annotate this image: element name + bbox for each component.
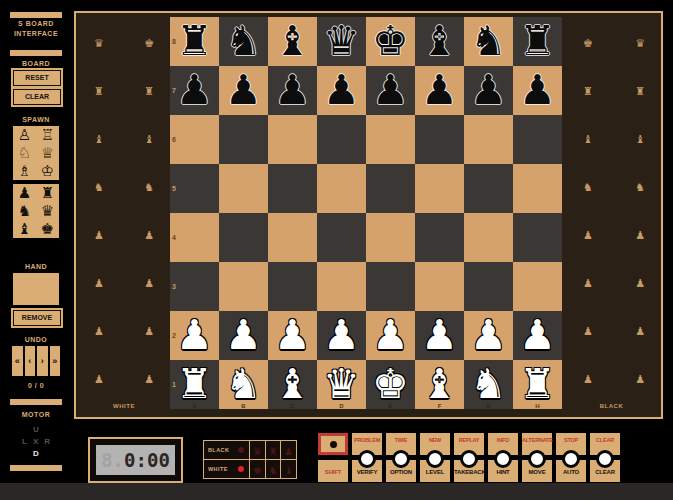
square-f1[interactable]: F♝ — [415, 360, 464, 409]
tray-p-icon: ♟ — [583, 373, 593, 387]
white-piece: ♟ — [170, 311, 219, 360]
tray-n-icon: ♞ — [635, 181, 645, 195]
black-piece: ♜ — [513, 17, 562, 66]
black-piece: ♛ — [317, 17, 366, 66]
sidebar-divider — [10, 399, 62, 405]
auto-button[interactable]: STOPAUTO — [556, 433, 586, 482]
spawn-piece[interactable]: ♖ — [36, 126, 59, 144]
tray-p-icon: ♟ — [144, 229, 154, 243]
square-c3[interactable] — [268, 262, 317, 311]
undo-section-label: UNDO — [0, 336, 72, 343]
square-h5[interactable] — [513, 164, 562, 213]
square-d2[interactable]: ♟ — [317, 311, 366, 360]
white-piece: ♞ — [464, 360, 513, 409]
square-f5[interactable] — [415, 164, 464, 213]
square-e5[interactable] — [366, 164, 415, 213]
chess-clock: 8.0:00 — [88, 437, 183, 483]
indicator-r-icon: ♜ — [269, 446, 278, 457]
bottom-strip — [0, 483, 673, 500]
white-piece: ♟ — [268, 311, 317, 360]
white-piece: ♚ — [366, 360, 415, 409]
motor-lxr: LXR — [0, 437, 72, 446]
square-c5[interactable] — [268, 164, 317, 213]
indicator-label: BLACK — [208, 441, 229, 459]
spawn-piece[interactable]: ♞ — [13, 202, 36, 220]
undo-step-button[interactable]: » — [50, 346, 61, 376]
rank-label: 6 — [172, 115, 176, 164]
square-h6[interactable] — [513, 115, 562, 164]
indicator-label-cell: BLACK — [204, 441, 249, 459]
indicator-row: WHITE♚♞♝ — [204, 459, 296, 478]
undo-step-button[interactable]: ‹ — [25, 346, 36, 376]
tray-row: ♜♜ — [583, 85, 645, 99]
push-button[interactable] — [494, 450, 512, 468]
black-piece: ♝ — [268, 17, 317, 66]
square-h7[interactable]: ♟ — [513, 66, 562, 115]
push-button[interactable] — [392, 450, 410, 468]
shift-led-dot — [330, 441, 337, 448]
tray-n-icon: ♞ — [94, 181, 104, 195]
tray-row: ♟♟ — [94, 277, 154, 291]
square-e1[interactable]: E♚ — [366, 360, 415, 409]
square-a8[interactable]: 8♜ — [170, 17, 219, 66]
tray-p-icon: ♟ — [94, 373, 104, 387]
indicator-cell: ♜ — [265, 441, 281, 459]
spawn-piece[interactable]: ♔ — [36, 162, 59, 180]
chess-board: 8♜♞♝♛♚♝♞♜7♟♟♟♟♟♟♟♟65432♟♟♟♟♟♟♟♟1A♜B♞C♝D♛… — [170, 17, 562, 409]
indicator-n-icon: ♞ — [269, 465, 278, 476]
tray-n-icon: ♞ — [583, 181, 593, 195]
clear-board-button[interactable]: CLEAR — [13, 89, 61, 105]
spawn-piece[interactable]: ♘ — [13, 144, 36, 162]
square-c8[interactable]: ♝ — [268, 17, 317, 66]
undo-counter: 0 / 0 — [0, 382, 72, 389]
move-button[interactable]: ALTERNATEMOVE — [522, 433, 552, 482]
black-piece: ♟ — [464, 66, 513, 115]
black-tray-label: BLACK — [562, 403, 661, 409]
spawn-piece[interactable]: ♕ — [36, 144, 59, 162]
square-e3[interactable] — [366, 262, 415, 311]
spawn-piece[interactable]: ♜ — [36, 184, 59, 202]
square-e7[interactable]: ♟ — [366, 66, 415, 115]
tray-row: ♟♟ — [94, 229, 154, 243]
white-piece: ♟ — [464, 311, 513, 360]
square-c4[interactable] — [268, 213, 317, 262]
indicator-p-icon: ♟ — [284, 446, 293, 457]
white-piece: ♟ — [415, 311, 464, 360]
tray-r-icon: ♜ — [144, 85, 154, 99]
square-d1[interactable]: D♛ — [317, 360, 366, 409]
black-piece: ♟ — [170, 66, 219, 115]
square-g3[interactable] — [464, 262, 513, 311]
spawn-piece[interactable]: ♝ — [13, 220, 36, 238]
black-piece: ♝ — [415, 17, 464, 66]
tray-p-icon: ♟ — [635, 277, 645, 291]
square-g5[interactable] — [464, 164, 513, 213]
black-piece-tray: BLACK ♚♛♜♜♝♝♞♞♟♟♟♟♟♟♟♟ — [562, 15, 661, 415]
square-c2[interactable]: ♟ — [268, 311, 317, 360]
white-piece: ♜ — [170, 360, 219, 409]
rank-label: 4 — [172, 213, 176, 262]
square-a6[interactable]: 6 — [170, 115, 219, 164]
square-f7[interactable]: ♟ — [415, 66, 464, 115]
tray-q-icon: ♛ — [94, 37, 104, 51]
tray-b-icon: ♝ — [635, 133, 645, 147]
square-d4[interactable] — [317, 213, 366, 262]
tray-r-icon: ♜ — [635, 85, 645, 99]
tray-q-icon: ♛ — [635, 37, 645, 51]
square-f4[interactable] — [415, 213, 464, 262]
tray-row: ♟♟ — [94, 373, 154, 387]
clock-ghost-digit: 8. — [101, 449, 124, 471]
tray-p-icon: ♟ — [94, 229, 104, 243]
black-piece: ♚ — [366, 17, 415, 66]
indicator-b-icon: ♝ — [284, 465, 293, 476]
square-e2[interactable]: ♟ — [366, 311, 415, 360]
motor-up[interactable]: U — [0, 425, 72, 434]
tray-p-icon: ♟ — [635, 373, 645, 387]
tray-k-icon: ♚ — [583, 37, 593, 51]
square-b5[interactable] — [219, 164, 268, 213]
spawn-palette-black: ♟♜♞♛♝♚ — [13, 184, 59, 238]
square-f2[interactable]: ♟ — [415, 311, 464, 360]
hint-button[interactable]: INFOHINT — [488, 433, 518, 482]
square-g7[interactable]: ♟ — [464, 66, 513, 115]
indicator-cell: ♛ — [249, 441, 265, 459]
tray-p-icon: ♟ — [94, 325, 104, 339]
square-e4[interactable] — [366, 213, 415, 262]
square-e6[interactable] — [366, 115, 415, 164]
black-piece: ♟ — [415, 66, 464, 115]
clock-time: 0:00 — [124, 449, 170, 471]
tray-row: ♜♜ — [94, 85, 154, 99]
board-frame: WHITE ♛♚♜♜♝♝♞♞♟♟♟♟♟♟♟♟ 8♜♞♝♛♚♝♞♜7♟♟♟♟♟♟♟… — [74, 11, 663, 419]
shift-led-window — [318, 433, 348, 455]
tray-b-icon: ♝ — [583, 133, 593, 147]
white-piece: ♟ — [219, 311, 268, 360]
square-d8[interactable]: ♛ — [317, 17, 366, 66]
square-g8[interactable]: ♞ — [464, 17, 513, 66]
square-d5[interactable] — [317, 164, 366, 213]
rank-label: 3 — [172, 262, 176, 311]
black-piece: ♞ — [219, 17, 268, 66]
white-piece: ♝ — [268, 360, 317, 409]
rank-label: 5 — [172, 164, 176, 213]
white-piece: ♟ — [366, 311, 415, 360]
spawn-piece[interactable]: ♛ — [36, 202, 59, 220]
motor-right[interactable]: R — [44, 437, 50, 446]
square-b8[interactable]: ♞ — [219, 17, 268, 66]
board-section-label: BOARD — [0, 60, 72, 67]
square-a7[interactable]: 7♟ — [170, 66, 219, 115]
undo-step-button[interactable]: › — [37, 346, 48, 376]
white-piece: ♟ — [317, 311, 366, 360]
tray-row: ♟♟ — [583, 277, 645, 291]
black-piece: ♞ — [464, 17, 513, 66]
square-a2[interactable]: 2♟ — [170, 311, 219, 360]
tray-k-icon: ♚ — [144, 37, 154, 51]
tray-r-icon: ♜ — [94, 85, 104, 99]
push-button[interactable] — [528, 450, 546, 468]
push-button[interactable] — [426, 450, 444, 468]
tray-row: ♝♝ — [94, 133, 154, 147]
square-b7[interactable]: ♟ — [219, 66, 268, 115]
square-h1[interactable]: H♜ — [513, 360, 562, 409]
indicator-label: WHITE — [208, 460, 228, 478]
spawn-palette-white: ♙♖♘♕♗♔ — [13, 126, 59, 180]
sidebar-divider — [10, 50, 62, 56]
spawn-section-label: SPAWN — [0, 116, 72, 123]
tray-p-icon: ♟ — [144, 325, 154, 339]
square-b6[interactable] — [219, 115, 268, 164]
white-piece: ♜ — [513, 360, 562, 409]
square-b3[interactable] — [219, 262, 268, 311]
black-piece: ♟ — [268, 66, 317, 115]
square-a4[interactable]: 4 — [170, 213, 219, 262]
indicator-cell: ♟ — [280, 441, 296, 459]
indicator-k-icon: ♚ — [253, 465, 262, 476]
motor-down[interactable]: D — [0, 449, 72, 458]
black-piece: ♟ — [366, 66, 415, 115]
spawn-piece[interactable]: ♚ — [36, 220, 59, 238]
level-button[interactable]: NEWLEVEL — [420, 433, 450, 482]
square-h2[interactable]: ♟ — [513, 311, 562, 360]
indicator-cell: ♞ — [265, 460, 281, 478]
indicator-row: BLACK♛♜♟ — [204, 441, 296, 459]
takeback-button[interactable]: REPLAYTAKEBACK — [454, 433, 484, 482]
black-piece: ♟ — [513, 66, 562, 115]
tray-p-icon: ♟ — [635, 229, 645, 243]
white-tray-label: WHITE — [78, 403, 170, 409]
square-c7[interactable]: ♟ — [268, 66, 317, 115]
square-a3[interactable]: 3 — [170, 262, 219, 311]
tray-b-icon: ♝ — [94, 133, 104, 147]
undo-step-button[interactable]: « — [12, 346, 23, 376]
indicator-q-icon: ♛ — [253, 446, 262, 457]
square-b4[interactable] — [219, 213, 268, 262]
square-d6[interactable] — [317, 115, 366, 164]
tray-n-icon: ♞ — [144, 181, 154, 195]
tray-p-icon: ♟ — [144, 277, 154, 291]
tray-p-icon: ♟ — [583, 325, 593, 339]
spawn-piece[interactable]: ♗ — [13, 162, 36, 180]
tray-r-icon: ♜ — [583, 85, 593, 99]
sidebar-divider — [10, 465, 62, 471]
reset-button[interactable]: RESET — [13, 70, 61, 86]
tray-p-icon: ♟ — [635, 325, 645, 339]
hand-section-label: HAND — [0, 263, 72, 270]
square-h4[interactable] — [513, 213, 562, 262]
square-d3[interactable] — [317, 262, 366, 311]
white-piece: ♛ — [317, 360, 366, 409]
black-led — [238, 447, 244, 453]
white-piece: ♝ — [415, 360, 464, 409]
square-b2[interactable]: ♟ — [219, 311, 268, 360]
black-piece: ♜ — [170, 17, 219, 66]
tray-row: ♛♚ — [94, 37, 154, 51]
square-g4[interactable] — [464, 213, 513, 262]
motor-center[interactable]: X — [33, 437, 44, 446]
indicator-cell: ♝ — [280, 460, 296, 478]
verify-button[interactable]: PROBLEMVERIFY — [352, 433, 382, 482]
hand-slot[interactable] — [13, 273, 59, 305]
square-a5[interactable]: 5 — [170, 164, 219, 213]
tray-p-icon: ♟ — [583, 229, 593, 243]
square-e8[interactable]: ♚ — [366, 17, 415, 66]
white-piece: ♞ — [219, 360, 268, 409]
app-title-line1: S BOARD — [0, 20, 72, 27]
tray-row: ♟♟ — [94, 325, 154, 339]
square-g6[interactable] — [464, 115, 513, 164]
square-h8[interactable]: ♜ — [513, 17, 562, 66]
option-button[interactable]: TIMEOPTION — [386, 433, 416, 482]
undo-controls: «‹›» — [12, 346, 60, 376]
square-h3[interactable] — [513, 262, 562, 311]
indicator-label-cell: WHITE — [204, 460, 249, 478]
tray-p-icon: ♟ — [583, 277, 593, 291]
white-piece-tray: WHITE ♛♚♜♜♝♝♞♞♟♟♟♟♟♟♟♟ — [78, 15, 170, 415]
square-c6[interactable] — [268, 115, 317, 164]
square-f8[interactable]: ♝ — [415, 17, 464, 66]
push-button[interactable] — [358, 450, 376, 468]
black-piece: ♟ — [317, 66, 366, 115]
square-a1[interactable]: 1A♜ — [170, 360, 219, 409]
motor-section-label: MOTOR — [0, 411, 72, 418]
push-button[interactable] — [460, 450, 478, 468]
square-g2[interactable]: ♟ — [464, 311, 513, 360]
white-piece: ♟ — [513, 311, 562, 360]
turn-indicator-panel: BLACK♛♜♟WHITE♚♞♝ — [203, 440, 297, 479]
shift-button[interactable]: SHIFT — [318, 433, 348, 482]
square-f3[interactable] — [415, 262, 464, 311]
tray-row: ♟♟ — [583, 229, 645, 243]
spawn-piece[interactable]: ♟ — [13, 184, 36, 202]
tray-row: ♟♟ — [583, 373, 645, 387]
tray-row: ♞♞ — [94, 181, 154, 195]
push-button[interactable] — [562, 450, 580, 468]
tray-b-icon: ♝ — [144, 133, 154, 147]
square-g1[interactable]: G♞ — [464, 360, 513, 409]
clock-lcd: 8.0:00 — [96, 445, 175, 475]
push-button[interactable] — [596, 450, 614, 468]
square-f6[interactable] — [415, 115, 464, 164]
black-piece: ♟ — [219, 66, 268, 115]
square-d7[interactable]: ♟ — [317, 66, 366, 115]
tray-row: ♞♞ — [583, 181, 645, 195]
clear-button[interactable]: CLEARCLEAR — [590, 433, 620, 482]
motor-left[interactable]: L — [22, 437, 33, 446]
white-led — [238, 466, 244, 472]
tray-row: ♚♛ — [583, 37, 645, 51]
sidebar-divider — [10, 12, 62, 18]
indicator-cell: ♚ — [249, 460, 265, 478]
remove-button[interactable]: REMOVE — [13, 310, 61, 326]
tray-row: ♝♝ — [583, 133, 645, 147]
spawn-piece[interactable]: ♙ — [13, 126, 36, 144]
tray-p-icon: ♟ — [144, 373, 154, 387]
app-title-line2: INTERFACE — [0, 30, 72, 37]
shift-button-label: SHIFT — [318, 460, 348, 482]
square-c1[interactable]: C♝ — [268, 360, 317, 409]
square-b1[interactable]: B♞ — [219, 360, 268, 409]
tray-row: ♟♟ — [583, 325, 645, 339]
tray-p-icon: ♟ — [94, 277, 104, 291]
